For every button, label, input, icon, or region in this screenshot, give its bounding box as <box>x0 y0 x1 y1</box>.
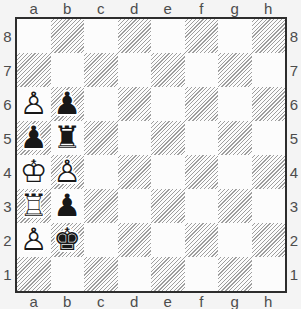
square-c3[interactable] <box>84 189 118 223</box>
piece-glyph: ♟ <box>51 189 85 223</box>
rank-label-7: 7 <box>0 53 15 87</box>
square-e3[interactable] <box>151 189 185 223</box>
square-h3[interactable] <box>252 189 286 223</box>
piece-glyph: ♚ <box>51 223 85 257</box>
square-f8[interactable] <box>185 19 219 53</box>
chess-board: ♟♙♟♟♟♟♜♜♚♔♟♙♜♖♟♟♟♙♚♚ <box>15 17 287 293</box>
square-b1[interactable] <box>51 257 85 291</box>
file-label-c: c <box>84 293 118 309</box>
square-e6[interactable] <box>151 87 185 121</box>
square-a8[interactable] <box>17 19 51 53</box>
square-h4[interactable] <box>252 155 286 189</box>
file-label-a: a <box>17 0 51 16</box>
square-d8[interactable] <box>118 19 152 53</box>
square-a5[interactable]: ♟♟ <box>17 121 51 155</box>
rank-labels-right: 87654321 <box>287 19 301 291</box>
piece-glyph: ♙ <box>17 87 51 121</box>
rank-label-2: 2 <box>287 223 301 257</box>
file-label-f: f <box>185 293 219 309</box>
square-h5[interactable] <box>252 121 286 155</box>
square-g3[interactable] <box>218 189 252 223</box>
square-b4[interactable]: ♟♙ <box>51 155 85 189</box>
piece-glyph: ♜ <box>51 121 85 155</box>
rank-label-6: 6 <box>287 87 301 121</box>
white-rook-a3[interactable]: ♜♖ <box>17 189 51 223</box>
square-c4[interactable] <box>84 155 118 189</box>
square-a1[interactable] <box>17 257 51 291</box>
rank-label-4: 4 <box>0 155 15 189</box>
file-label-d: d <box>118 293 152 309</box>
file-labels-top: abcdefgh <box>17 0 285 16</box>
square-e7[interactable] <box>151 53 185 87</box>
rank-label-1: 1 <box>0 257 15 291</box>
file-label-g: g <box>218 0 252 16</box>
file-label-c: c <box>84 0 118 16</box>
square-h1[interactable] <box>252 257 286 291</box>
rank-label-3: 3 <box>287 189 301 223</box>
square-f2[interactable] <box>185 223 219 257</box>
square-e5[interactable] <box>151 121 185 155</box>
square-d6[interactable] <box>118 87 152 121</box>
rank-labels-left: 87654321 <box>0 19 15 291</box>
square-g7[interactable] <box>218 53 252 87</box>
square-e8[interactable] <box>151 19 185 53</box>
square-c6[interactable] <box>84 87 118 121</box>
rank-label-7: 7 <box>287 53 301 87</box>
rank-label-2: 2 <box>0 223 15 257</box>
white-pawn-a6[interactable]: ♟♙ <box>17 87 51 121</box>
rank-label-4: 4 <box>287 155 301 189</box>
black-rook-b5[interactable]: ♜♜ <box>51 121 85 155</box>
file-label-d: d <box>118 0 152 16</box>
file-label-h: h <box>252 0 286 16</box>
square-f6[interactable] <box>185 87 219 121</box>
white-pawn-a2[interactable]: ♟♙ <box>17 223 51 257</box>
square-h2[interactable] <box>252 223 286 257</box>
rank-label-8: 8 <box>0 19 15 53</box>
file-label-h: h <box>252 293 286 309</box>
rank-label-1: 1 <box>287 257 301 291</box>
square-c5[interactable] <box>84 121 118 155</box>
square-d1[interactable] <box>118 257 152 291</box>
square-d7[interactable] <box>118 53 152 87</box>
square-e4[interactable] <box>151 155 185 189</box>
piece-glyph: ♙ <box>51 155 85 189</box>
rank-label-5: 5 <box>0 121 15 155</box>
square-g8[interactable] <box>218 19 252 53</box>
rank-label-5: 5 <box>287 121 301 155</box>
square-d5[interactable] <box>118 121 152 155</box>
square-a6[interactable]: ♟♙ <box>17 87 51 121</box>
square-a2[interactable]: ♟♙ <box>17 223 51 257</box>
square-a4[interactable]: ♚♔ <box>17 155 51 189</box>
square-b7[interactable] <box>51 53 85 87</box>
black-king-b2[interactable]: ♚♚ <box>51 223 85 257</box>
file-label-g: g <box>218 293 252 309</box>
file-label-e: e <box>151 293 185 309</box>
piece-glyph: ♖ <box>17 189 51 223</box>
square-e1[interactable] <box>151 257 185 291</box>
file-label-a: a <box>17 293 51 309</box>
file-label-b: b <box>51 293 85 309</box>
square-g5[interactable] <box>218 121 252 155</box>
square-b3[interactable]: ♟♟ <box>51 189 85 223</box>
rank-label-6: 6 <box>0 87 15 121</box>
black-pawn-a5[interactable]: ♟♟ <box>17 121 51 155</box>
square-d4[interactable] <box>118 155 152 189</box>
rank-label-8: 8 <box>287 19 301 53</box>
square-g4[interactable] <box>218 155 252 189</box>
black-pawn-b3[interactable]: ♟♟ <box>51 189 85 223</box>
square-e2[interactable] <box>151 223 185 257</box>
piece-glyph: ♟ <box>51 87 85 121</box>
square-g2[interactable] <box>218 223 252 257</box>
file-label-e: e <box>151 0 185 16</box>
piece-glyph: ♙ <box>17 223 51 257</box>
black-pawn-b6[interactable]: ♟♟ <box>51 87 85 121</box>
square-c8[interactable] <box>84 19 118 53</box>
square-h6[interactable] <box>252 87 286 121</box>
rank-label-3: 3 <box>0 189 15 223</box>
square-b5[interactable]: ♜♜ <box>51 121 85 155</box>
square-g1[interactable] <box>218 257 252 291</box>
square-a7[interactable] <box>17 53 51 87</box>
white-pawn-b4[interactable]: ♟♙ <box>51 155 85 189</box>
square-f3[interactable] <box>185 189 219 223</box>
square-h7[interactable] <box>252 53 286 87</box>
square-b6[interactable]: ♟♟ <box>51 87 85 121</box>
square-d2[interactable] <box>118 223 152 257</box>
square-b2[interactable]: ♚♚ <box>51 223 85 257</box>
square-a3[interactable]: ♜♖ <box>17 189 51 223</box>
file-labels-bottom: abcdefgh <box>17 293 285 309</box>
square-b8[interactable] <box>51 19 85 53</box>
square-f1[interactable] <box>185 257 219 291</box>
square-d3[interactable] <box>118 189 152 223</box>
file-label-f: f <box>185 0 219 16</box>
square-c1[interactable] <box>84 257 118 291</box>
square-f5[interactable] <box>185 121 219 155</box>
square-h8[interactable] <box>252 19 286 53</box>
piece-glyph: ♔ <box>17 155 51 189</box>
piece-glyph: ♟ <box>17 121 51 155</box>
chess-diagram: abcdefgh 87654321 87654321 abcdefgh ♟♙♟♟… <box>0 0 301 309</box>
square-c2[interactable] <box>84 223 118 257</box>
square-f7[interactable] <box>185 53 219 87</box>
square-g6[interactable] <box>218 87 252 121</box>
file-label-b: b <box>51 0 85 16</box>
square-f4[interactable] <box>185 155 219 189</box>
square-c7[interactable] <box>84 53 118 87</box>
white-king-a4[interactable]: ♚♔ <box>17 155 51 189</box>
